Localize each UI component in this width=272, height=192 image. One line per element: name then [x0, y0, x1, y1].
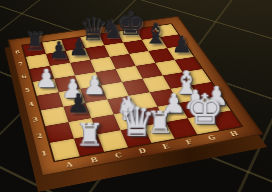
piece-black-pawn-b3[interactable]: ♟ [66, 90, 90, 117]
scene-perspective: 12345678ABCDEFGH ♜♛♞♚♝♟♟♟♟♟♟♟♝♞♟♟♟♜♛♜♚ [0, 0, 272, 192]
piece-white-queen-d1[interactable]: ♛ [118, 102, 154, 143]
rank-label-8: 8 [15, 50, 21, 55]
board-tilt-plane: 12345678ABCDEFGH ♜♛♞♚♝♟♟♟♟♟♟♟♝♞♟♟♟♜♛♜♚ [8, 16, 264, 177]
rank-label-6: 6 [21, 74, 27, 79]
piece-white-rook-b1[interactable]: ♜ [76, 119, 104, 150]
rank-label-7: 7 [18, 61, 24, 66]
piece-white-king-g1[interactable]: ♚ [186, 88, 224, 130]
piece-white-pawn-a5[interactable]: ♟ [35, 66, 58, 91]
chess-3d-scene: 12345678ABCDEFGH ♜♛♞♚♝♟♟♟♟♟♟♟♝♞♟♟♟♜♛♜♚ [0, 0, 272, 192]
